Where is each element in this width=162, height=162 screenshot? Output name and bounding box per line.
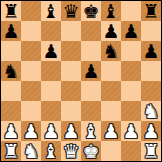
square-b8[interactable]: [21, 1, 41, 21]
square-d4[interactable]: [61, 81, 81, 101]
square-a7[interactable]: ♟: [1, 21, 21, 41]
square-h5[interactable]: [141, 61, 161, 81]
square-c5[interactable]: [41, 61, 61, 81]
piece-black-pawn[interactable]: ♟: [142, 41, 159, 61]
piece-black-pawn[interactable]: ♟: [102, 21, 119, 41]
square-e8[interactable]: ♚: [81, 1, 101, 21]
square-c1[interactable]: ♝: [41, 141, 61, 161]
square-h4[interactable]: [141, 81, 161, 101]
square-d2[interactable]: ♟: [61, 121, 81, 141]
square-f5[interactable]: [101, 61, 121, 81]
piece-white-pawn[interactable]: ♟: [22, 121, 39, 141]
piece-black-knight[interactable]: ♞: [102, 41, 119, 61]
square-g7[interactable]: ♟: [121, 21, 141, 41]
square-e4[interactable]: [81, 81, 101, 101]
square-f7[interactable]: ♟: [101, 21, 121, 41]
square-b1[interactable]: ♞: [21, 141, 41, 161]
piece-white-pawn[interactable]: ♟: [102, 121, 119, 141]
square-g4[interactable]: [121, 81, 141, 101]
piece-black-bishop[interactable]: ♝: [102, 1, 119, 21]
square-d6[interactable]: [61, 41, 81, 61]
square-a2[interactable]: ♟: [1, 121, 21, 141]
square-f4[interactable]: [101, 81, 121, 101]
piece-black-rook[interactable]: ♜: [2, 1, 19, 21]
square-a4[interactable]: [1, 81, 21, 101]
chess-board: ♜♝♛♚♝♜♟♟♟♟♞♟♞♟♞♟♟♟♟♝♟♟♟♜♞♝♛♚♜: [0, 0, 162, 162]
square-g1[interactable]: [121, 141, 141, 161]
square-h6[interactable]: ♟: [141, 41, 161, 61]
square-d7[interactable]: [61, 21, 81, 41]
square-c6[interactable]: ♟: [41, 41, 61, 61]
piece-black-rook[interactable]: ♜: [142, 1, 159, 21]
square-h2[interactable]: ♟: [141, 121, 161, 141]
square-b6[interactable]: [21, 41, 41, 61]
square-h1[interactable]: ♜: [141, 141, 161, 161]
piece-white-pawn[interactable]: ♟: [62, 121, 79, 141]
square-e2[interactable]: ♝: [81, 121, 101, 141]
piece-black-pawn[interactable]: ♟: [2, 21, 19, 41]
piece-white-rook[interactable]: ♜: [142, 141, 159, 161]
square-g8[interactable]: [121, 1, 141, 21]
piece-white-rook[interactable]: ♜: [2, 141, 19, 161]
square-d1[interactable]: ♛: [61, 141, 81, 161]
piece-white-knight[interactable]: ♞: [22, 141, 39, 161]
square-c2[interactable]: ♟: [41, 121, 61, 141]
chess-board-window: ♜♝♛♚♝♜♟♟♟♟♞♟♞♟♞♟♟♟♟♝♟♟♟♜♞♝♛♚♜: [0, 0, 162, 162]
square-a3[interactable]: [1, 101, 21, 121]
square-d8[interactable]: ♛: [61, 1, 81, 21]
square-c8[interactable]: ♝: [41, 1, 61, 21]
square-h3[interactable]: ♞: [141, 101, 161, 121]
square-h8[interactable]: ♜: [141, 1, 161, 21]
square-e6[interactable]: [81, 41, 101, 61]
square-a8[interactable]: ♜: [1, 1, 21, 21]
square-a1[interactable]: ♜: [1, 141, 21, 161]
square-a5[interactable]: ♞: [1, 61, 21, 81]
square-d3[interactable]: [61, 101, 81, 121]
square-c3[interactable]: [41, 101, 61, 121]
square-e5[interactable]: ♟: [81, 61, 101, 81]
square-g2[interactable]: ♟: [121, 121, 141, 141]
square-f6[interactable]: ♞: [101, 41, 121, 61]
square-b4[interactable]: [21, 81, 41, 101]
square-f2[interactable]: ♟: [101, 121, 121, 141]
piece-black-pawn[interactable]: ♟: [82, 61, 99, 81]
piece-black-pawn[interactable]: ♟: [42, 41, 59, 61]
piece-black-knight[interactable]: ♞: [2, 61, 19, 81]
piece-white-king[interactable]: ♚: [82, 141, 99, 161]
piece-black-queen[interactable]: ♛: [62, 1, 79, 21]
piece-white-queen[interactable]: ♛: [62, 141, 79, 161]
square-b7[interactable]: [21, 21, 41, 41]
piece-white-pawn[interactable]: ♟: [122, 121, 139, 141]
square-d5[interactable]: [61, 61, 81, 81]
square-f8[interactable]: ♝: [101, 1, 121, 21]
square-b3[interactable]: [21, 101, 41, 121]
piece-white-bishop[interactable]: ♝: [82, 121, 99, 141]
square-b5[interactable]: [21, 61, 41, 81]
piece-black-king[interactable]: ♚: [82, 1, 99, 21]
square-g6[interactable]: [121, 41, 141, 61]
piece-white-pawn[interactable]: ♟: [142, 121, 159, 141]
piece-white-pawn[interactable]: ♟: [2, 121, 19, 141]
square-c4[interactable]: [41, 81, 61, 101]
piece-black-bishop[interactable]: ♝: [42, 1, 59, 21]
piece-white-knight[interactable]: ♞: [142, 101, 159, 121]
square-f3[interactable]: [101, 101, 121, 121]
square-a6[interactable]: [1, 41, 21, 61]
piece-black-pawn[interactable]: ♟: [122, 21, 139, 41]
square-f1[interactable]: [101, 141, 121, 161]
square-g3[interactable]: [121, 101, 141, 121]
square-h7[interactable]: [141, 21, 161, 41]
square-e7[interactable]: [81, 21, 101, 41]
piece-white-pawn[interactable]: ♟: [42, 121, 59, 141]
square-b2[interactable]: ♟: [21, 121, 41, 141]
square-c7[interactable]: [41, 21, 61, 41]
piece-white-bishop[interactable]: ♝: [42, 141, 59, 161]
square-g5[interactable]: [121, 61, 141, 81]
square-e3[interactable]: [81, 101, 101, 121]
square-e1[interactable]: ♚: [81, 141, 101, 161]
